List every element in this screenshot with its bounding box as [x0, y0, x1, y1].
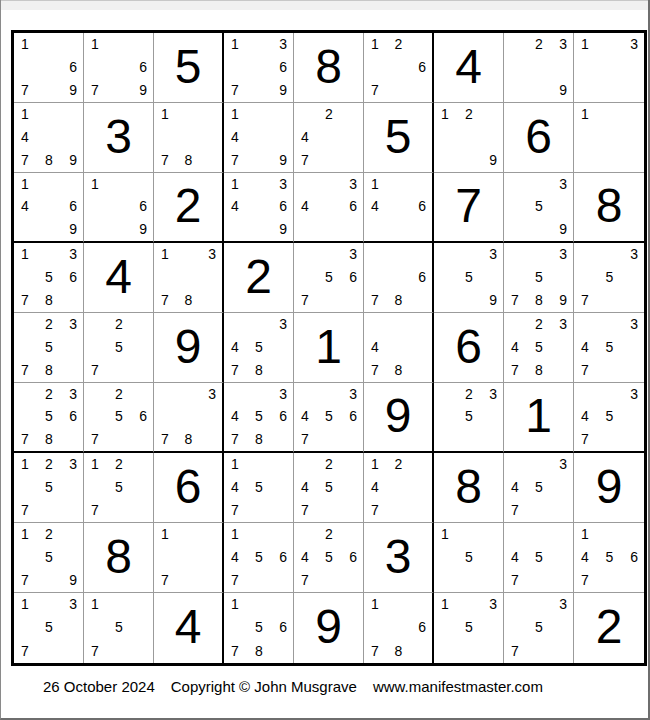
cell-r3c8[interactable]: 359 — [504, 173, 574, 243]
pencil-mark-5: 5 — [115, 409, 123, 423]
cell-r9c5[interactable]: 9 — [294, 593, 364, 663]
pencil-marks: 14789 — [14, 103, 83, 172]
cell-r9c2[interactable]: 157 — [84, 593, 154, 663]
pencil-mark-2: 2 — [115, 317, 123, 331]
pencil-mark-1: 1 — [161, 527, 169, 541]
given-digit: 3 — [105, 113, 132, 161]
given-digit: 9 — [315, 603, 342, 651]
pencil-mark-2: 2 — [465, 387, 473, 401]
pencil-mark-4: 4 — [231, 340, 239, 354]
pencil-mark-4: 4 — [371, 340, 379, 354]
cell-r9c4[interactable]: 15678 — [224, 593, 294, 663]
cell-r3c4[interactable]: 13469 — [224, 173, 294, 243]
pencil-mark-1: 1 — [161, 247, 169, 261]
pencil-mark-7: 7 — [371, 644, 379, 658]
pencil-marks: 2567 — [84, 383, 153, 451]
pencil-mark-6: 6 — [69, 199, 77, 213]
pencil-mark-4: 4 — [301, 130, 309, 144]
pencil-mark-7: 7 — [161, 432, 169, 446]
pencil-mark-1: 1 — [91, 37, 99, 51]
pencil-mark-1: 1 — [21, 597, 29, 611]
cell-r5c2[interactable]: 257 — [84, 313, 154, 383]
cell-r9c6[interactable]: 1678 — [364, 593, 434, 663]
cell-r1c8[interactable]: 239 — [504, 33, 574, 103]
pencil-mark-2: 2 — [535, 317, 543, 331]
pencil-mark-9: 9 — [69, 153, 77, 167]
pencil-marks: 235 — [434, 383, 503, 451]
cell-r7c3[interactable]: 6 — [154, 453, 224, 523]
cell-r6c5[interactable]: 34567 — [294, 383, 364, 453]
pencil-marks: 1247 — [364, 453, 432, 522]
pencil-marks: 457 — [504, 523, 573, 592]
cell-r8c8[interactable]: 457 — [504, 523, 574, 593]
pencil-mark-1: 1 — [371, 457, 379, 471]
cell-r1c2[interactable]: 1679 — [84, 33, 154, 103]
pencil-mark-3: 3 — [69, 317, 77, 331]
given-digit: 2 — [596, 603, 623, 651]
pencil-mark-7: 7 — [511, 363, 519, 377]
cell-r8c6[interactable]: 3 — [364, 523, 434, 593]
pencil-mark-3: 3 — [279, 317, 287, 331]
pencil-mark-8: 8 — [255, 432, 263, 446]
pencil-mark-8: 8 — [535, 293, 543, 307]
pencil-mark-7: 7 — [511, 644, 519, 658]
pencil-marks: 1267 — [364, 33, 432, 102]
pencil-mark-7: 7 — [231, 503, 239, 517]
pencil-marks: 17 — [154, 523, 222, 592]
pencil-mark-9: 9 — [139, 83, 147, 97]
cell-r4c9[interactable]: 357 — [574, 243, 644, 313]
pencil-mark-4: 4 — [581, 550, 589, 564]
pencil-marks: 234578 — [504, 313, 573, 382]
cell-r9c8[interactable]: 357 — [504, 593, 574, 663]
pencil-marks: 12357 — [14, 453, 83, 522]
pencil-mark-3: 3 — [559, 317, 567, 331]
pencil-marks: 12579 — [14, 523, 83, 592]
given-digit: 8 — [596, 182, 623, 230]
pencil-mark-2: 2 — [535, 37, 543, 51]
pencil-mark-2: 2 — [45, 527, 53, 541]
pencil-mark-3: 3 — [279, 37, 287, 51]
pencil-marks: 24567 — [294, 523, 363, 592]
pencil-marks: 2457 — [294, 453, 363, 522]
pencil-mark-6: 6 — [279, 620, 287, 634]
pencil-mark-7: 7 — [21, 503, 29, 517]
pencil-mark-3: 3 — [69, 247, 77, 261]
pencil-mark-1: 1 — [231, 527, 239, 541]
pencil-mark-7: 7 — [21, 153, 29, 167]
pencil-marks: 135 — [434, 593, 503, 663]
pencil-mark-5: 5 — [535, 199, 543, 213]
pencil-marks: 35789 — [504, 243, 573, 312]
cell-r9c3[interactable]: 4 — [154, 593, 224, 663]
cell-r9c1[interactable]: 1357 — [14, 593, 84, 663]
pencil-mark-4: 4 — [231, 480, 239, 494]
pencil-mark-8: 8 — [45, 293, 53, 307]
cell-r2c6[interactable]: 5 — [364, 103, 434, 173]
cell-r6c7[interactable]: 235 — [434, 383, 504, 453]
pencil-mark-6: 6 — [139, 199, 147, 213]
cell-r6c9[interactable]: 3457 — [574, 383, 644, 453]
cell-r8c9[interactable]: 14567 — [574, 523, 644, 593]
given-digit: 8 — [455, 463, 482, 511]
pencil-mark-6: 6 — [418, 620, 426, 634]
pencil-mark-7: 7 — [21, 432, 29, 446]
footer: 26 October 2024 Copyright © John Musgrav… — [43, 678, 543, 695]
given-digit: 2 — [175, 182, 202, 230]
cell-r6c3[interactable]: 378 — [154, 383, 224, 453]
pencil-mark-3: 3 — [630, 247, 638, 261]
pencil-marks: 3457 — [504, 453, 573, 522]
cell-r8c1[interactable]: 12579 — [14, 523, 84, 593]
pencil-mark-8: 8 — [255, 644, 263, 658]
cell-r8c2[interactable]: 8 — [84, 523, 154, 593]
pencil-marks: 34578 — [224, 313, 293, 382]
pencil-marks: 157 — [84, 593, 153, 663]
pencil-mark-1: 1 — [21, 177, 29, 191]
pencil-marks: 1378 — [154, 243, 222, 312]
pencil-mark-6: 6 — [630, 550, 638, 564]
pencil-mark-5: 5 — [535, 550, 543, 564]
cell-r4c5[interactable]: 3567 — [294, 243, 364, 313]
cell-r4c7[interactable]: 359 — [434, 243, 504, 313]
pencil-mark-1: 1 — [21, 247, 29, 261]
cell-r5c9[interactable]: 3457 — [574, 313, 644, 383]
cell-r3c1[interactable]: 1469 — [14, 173, 84, 243]
cell-r3c2[interactable]: 169 — [84, 173, 154, 243]
pencil-mark-1: 1 — [21, 107, 29, 121]
pencil-mark-4: 4 — [231, 199, 239, 213]
pencil-mark-7: 7 — [301, 153, 309, 167]
cell-r1c6[interactable]: 1267 — [364, 33, 434, 103]
pencil-marks: 1479 — [224, 103, 293, 172]
pencil-marks: 1679 — [14, 33, 83, 102]
pencil-mark-2: 2 — [45, 457, 53, 471]
cell-r1c1[interactable]: 1679 — [14, 33, 84, 103]
pencil-mark-5: 5 — [255, 550, 263, 564]
pencil-mark-5: 5 — [465, 620, 473, 634]
pencil-mark-7: 7 — [91, 363, 99, 377]
cell-r7c1[interactable]: 12357 — [14, 453, 84, 523]
pencil-mark-1: 1 — [441, 527, 449, 541]
pencil-mark-2: 2 — [325, 527, 333, 541]
pencil-mark-5: 5 — [606, 550, 614, 564]
pencil-marks: 378 — [154, 383, 222, 451]
pencil-mark-8: 8 — [395, 363, 403, 377]
pencil-mark-4: 4 — [371, 480, 379, 494]
cell-r8c3[interactable]: 17 — [154, 523, 224, 593]
pencil-mark-6: 6 — [139, 409, 147, 423]
pencil-mark-9: 9 — [559, 293, 567, 307]
pencil-mark-5: 5 — [535, 270, 543, 284]
pencil-mark-2: 2 — [45, 387, 53, 401]
pencil-mark-8: 8 — [395, 644, 403, 658]
cell-r8c7[interactable]: 15 — [434, 523, 504, 593]
pencil-mark-8: 8 — [185, 432, 193, 446]
cell-r2c4[interactable]: 1479 — [224, 103, 294, 173]
pencil-marks: 34567 — [294, 383, 363, 451]
cell-r4c4[interactable]: 2 — [224, 243, 294, 313]
cell-r6c6[interactable]: 9 — [364, 383, 434, 453]
pencil-mark-1: 1 — [581, 527, 589, 541]
cell-r3c7[interactable]: 7 — [434, 173, 504, 243]
pencil-mark-5: 5 — [606, 270, 614, 284]
pencil-mark-7: 7 — [231, 153, 239, 167]
cell-r7c9[interactable]: 9 — [574, 453, 644, 523]
pencil-mark-6: 6 — [279, 550, 287, 564]
pencil-mark-7: 7 — [91, 503, 99, 517]
pencil-mark-2: 2 — [325, 107, 333, 121]
pencil-mark-5: 5 — [45, 340, 53, 354]
pencil-mark-9: 9 — [279, 83, 287, 97]
pencil-marks: 129 — [434, 103, 503, 172]
cell-r7c4[interactable]: 1457 — [224, 453, 294, 523]
cell-r6c4[interactable]: 345678 — [224, 383, 294, 453]
pencil-mark-3: 3 — [489, 247, 497, 261]
pencil-mark-4: 4 — [371, 199, 379, 213]
cell-r6c1[interactable]: 235678 — [14, 383, 84, 453]
pencil-mark-3: 3 — [559, 37, 567, 51]
pencil-mark-1: 1 — [371, 597, 379, 611]
pencil-mark-7: 7 — [581, 432, 589, 446]
cell-r2c9[interactable]: 1 — [574, 103, 644, 173]
pencil-mark-5: 5 — [115, 620, 123, 634]
cell-r1c9[interactable]: 13 — [574, 33, 644, 103]
cell-r8c4[interactable]: 14567 — [224, 523, 294, 593]
pencil-mark-7: 7 — [581, 363, 589, 377]
cell-r4c2[interactable]: 4 — [84, 243, 154, 313]
pencil-mark-5: 5 — [606, 409, 614, 423]
pencil-mark-3: 3 — [559, 457, 567, 471]
pencil-mark-7: 7 — [581, 293, 589, 307]
pencil-mark-8: 8 — [535, 363, 543, 377]
pencil-mark-5: 5 — [45, 480, 53, 494]
pencil-mark-5: 5 — [325, 550, 333, 564]
pencil-mark-6: 6 — [139, 60, 147, 74]
footer-copyright: Copyright © John Musgrave — [171, 678, 357, 695]
cell-r3c9[interactable]: 8 — [574, 173, 644, 243]
cell-r5c7[interactable]: 6 — [434, 313, 504, 383]
cell-r4c8[interactable]: 35789 — [504, 243, 574, 313]
given-digit: 1 — [315, 323, 342, 371]
pencil-mark-1: 1 — [91, 457, 99, 471]
pencil-mark-7: 7 — [161, 153, 169, 167]
cell-r2c2[interactable]: 3 — [84, 103, 154, 173]
pencil-mark-7: 7 — [91, 83, 99, 97]
pencil-mark-4: 4 — [301, 409, 309, 423]
cell-r5c6[interactable]: 478 — [364, 313, 434, 383]
pencil-mark-9: 9 — [139, 222, 147, 236]
pencil-marks: 1678 — [364, 593, 432, 663]
cell-r9c9[interactable]: 2 — [574, 593, 644, 663]
cell-r2c8[interactable]: 6 — [504, 103, 574, 173]
pencil-mark-6: 6 — [69, 409, 77, 423]
cell-r2c5[interactable]: 247 — [294, 103, 364, 173]
cell-r2c7[interactable]: 129 — [434, 103, 504, 173]
cell-r5c5[interactable]: 1 — [294, 313, 364, 383]
pencil-mark-3: 3 — [69, 457, 77, 471]
pencil-marks: 135678 — [14, 243, 83, 312]
pencil-mark-1: 1 — [231, 37, 239, 51]
pencil-mark-5: 5 — [45, 270, 53, 284]
pencil-marks: 678 — [364, 243, 432, 312]
pencil-marks: 13 — [574, 33, 644, 102]
cell-r4c6[interactable]: 678 — [364, 243, 434, 313]
pencil-marks: 3567 — [294, 243, 363, 312]
cell-r5c3[interactable]: 9 — [154, 313, 224, 383]
cell-r6c2[interactable]: 2567 — [84, 383, 154, 453]
pencil-mark-7: 7 — [301, 293, 309, 307]
pencil-mark-7: 7 — [511, 293, 519, 307]
pencil-mark-5: 5 — [45, 550, 53, 564]
pencil-mark-2: 2 — [465, 107, 473, 121]
pencil-mark-4: 4 — [581, 409, 589, 423]
pencil-marks: 359 — [434, 243, 503, 312]
cell-r9c7[interactable]: 135 — [434, 593, 504, 663]
pencil-mark-5: 5 — [115, 480, 123, 494]
pencil-mark-9: 9 — [69, 573, 77, 587]
pencil-mark-5: 5 — [45, 620, 53, 634]
given-digit: 9 — [175, 323, 202, 371]
pencil-mark-7: 7 — [231, 363, 239, 377]
pencil-mark-7: 7 — [371, 503, 379, 517]
pencil-mark-3: 3 — [489, 387, 497, 401]
pencil-mark-3: 3 — [630, 387, 638, 401]
pencil-mark-7: 7 — [581, 573, 589, 587]
pencil-marks: 14567 — [224, 523, 293, 592]
pencil-mark-5: 5 — [255, 409, 263, 423]
pencil-marks: 13679 — [224, 33, 293, 102]
cell-r4c3[interactable]: 1378 — [154, 243, 224, 313]
pencil-mark-8: 8 — [185, 293, 193, 307]
pencil-mark-7: 7 — [161, 573, 169, 587]
pencil-mark-3: 3 — [279, 387, 287, 401]
pencil-mark-6: 6 — [349, 409, 357, 423]
given-digit: 7 — [455, 182, 482, 230]
pencil-mark-7: 7 — [231, 573, 239, 587]
pencil-marks: 178 — [154, 103, 222, 172]
cell-r1c3[interactable]: 5 — [154, 33, 224, 103]
pencil-mark-6: 6 — [418, 60, 426, 74]
pencil-mark-5: 5 — [535, 620, 543, 634]
cell-r2c3[interactable]: 178 — [154, 103, 224, 173]
given-digit: 8 — [315, 43, 342, 91]
pencil-mark-3: 3 — [349, 247, 357, 261]
pencil-mark-4: 4 — [511, 550, 519, 564]
given-digit: 8 — [105, 533, 132, 581]
pencil-mark-1: 1 — [231, 107, 239, 121]
pencil-mark-4: 4 — [511, 340, 519, 354]
cell-r3c6[interactable]: 146 — [364, 173, 434, 243]
pencil-mark-5: 5 — [535, 340, 543, 354]
pencil-mark-4: 4 — [511, 480, 519, 494]
pencil-mark-1: 1 — [161, 107, 169, 121]
pencil-mark-5: 5 — [45, 409, 53, 423]
cell-r7c6[interactable]: 1247 — [364, 453, 434, 523]
pencil-mark-9: 9 — [489, 293, 497, 307]
pencil-marks: 15 — [434, 523, 503, 592]
cell-r2c1[interactable]: 14789 — [14, 103, 84, 173]
cell-r7c2[interactable]: 1257 — [84, 453, 154, 523]
pencil-mark-7: 7 — [21, 573, 29, 587]
pencil-mark-7: 7 — [301, 573, 309, 587]
pencil-marks: 13469 — [224, 173, 293, 241]
pencil-mark-8: 8 — [255, 363, 263, 377]
pencil-mark-4: 4 — [581, 340, 589, 354]
pencil-mark-3: 3 — [630, 37, 638, 51]
pencil-mark-3: 3 — [489, 597, 497, 611]
pencil-mark-1: 1 — [21, 457, 29, 471]
pencil-mark-3: 3 — [349, 177, 357, 191]
cell-r7c8[interactable]: 3457 — [504, 453, 574, 523]
pencil-mark-4: 4 — [301, 199, 309, 213]
cell-r5c1[interactable]: 23578 — [14, 313, 84, 383]
cell-r1c4[interactable]: 13679 — [224, 33, 294, 103]
pencil-mark-7: 7 — [371, 83, 379, 97]
pencil-mark-7: 7 — [231, 83, 239, 97]
pencil-mark-7: 7 — [301, 432, 309, 446]
footer-website-link[interactable]: www.manifestmaster.com — [373, 678, 543, 695]
pencil-marks: 1357 — [14, 593, 83, 663]
pencil-mark-8: 8 — [45, 153, 53, 167]
cell-r4c1[interactable]: 135678 — [14, 243, 84, 313]
cell-r5c8[interactable]: 234578 — [504, 313, 574, 383]
pencil-mark-1: 1 — [21, 37, 29, 51]
pencil-mark-6: 6 — [279, 199, 287, 213]
given-digit: 5 — [385, 113, 412, 161]
pencil-mark-8: 8 — [185, 153, 193, 167]
pencil-mark-4: 4 — [21, 199, 29, 213]
pencil-mark-7: 7 — [21, 363, 29, 377]
pencil-mark-1: 1 — [581, 107, 589, 121]
cell-r1c7[interactable]: 4 — [434, 33, 504, 103]
pencil-mark-1: 1 — [371, 177, 379, 191]
given-digit: 3 — [385, 533, 412, 581]
pencil-marks: 15678 — [224, 593, 293, 663]
pencil-mark-5: 5 — [465, 409, 473, 423]
pencil-mark-1: 1 — [371, 37, 379, 51]
pencil-mark-7: 7 — [371, 363, 379, 377]
pencil-mark-6: 6 — [279, 60, 287, 74]
cell-r6c8[interactable]: 1 — [504, 383, 574, 453]
cell-r3c3[interactable]: 2 — [154, 173, 224, 243]
sudoku-board: 1679167951367981267423913147893178147924… — [11, 30, 647, 666]
pencil-mark-7: 7 — [301, 503, 309, 517]
pencil-marks: 3457 — [574, 313, 644, 382]
pencil-mark-9: 9 — [489, 153, 497, 167]
pencil-mark-6: 6 — [349, 199, 357, 213]
pencil-mark-4: 4 — [231, 550, 239, 564]
pencil-mark-1: 1 — [21, 527, 29, 541]
cell-r3c5[interactable]: 346 — [294, 173, 364, 243]
window-top-strip — [1, 0, 648, 10]
pencil-mark-7: 7 — [91, 432, 99, 446]
pencil-marks: 1679 — [84, 33, 153, 102]
cell-r1c5[interactable]: 8 — [294, 33, 364, 103]
pencil-mark-6: 6 — [69, 270, 77, 284]
cell-r7c7[interactable]: 8 — [434, 453, 504, 523]
pencil-marks: 235678 — [14, 383, 83, 451]
cell-r8c5[interactable]: 24567 — [294, 523, 364, 593]
pencil-mark-2: 2 — [325, 457, 333, 471]
pencil-mark-7: 7 — [21, 644, 29, 658]
pencil-mark-3: 3 — [559, 247, 567, 261]
given-digit: 6 — [175, 463, 202, 511]
cell-r7c5[interactable]: 2457 — [294, 453, 364, 523]
cell-r5c4[interactable]: 34578 — [224, 313, 294, 383]
pencil-mark-7: 7 — [21, 83, 29, 97]
pencil-mark-9: 9 — [279, 222, 287, 236]
